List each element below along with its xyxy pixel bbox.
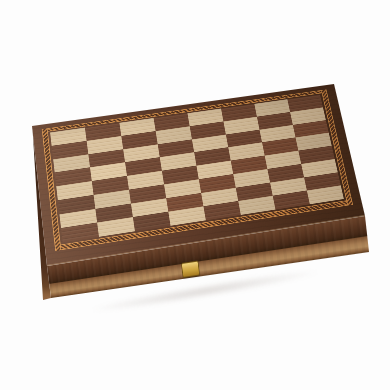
product-photo-scene [0,0,390,390]
chessboard [50,95,344,243]
brass-clasp [181,261,200,278]
